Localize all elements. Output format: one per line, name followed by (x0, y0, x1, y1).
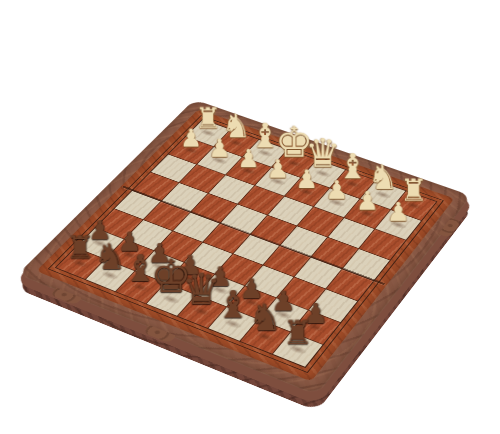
piece-brown-knight[interactable]: ♞ (94, 240, 126, 276)
piece-white-pawn[interactable]: ♟ (356, 188, 379, 214)
product-photo-scene: Folding magnetic chess set with cream an… (0, 0, 500, 434)
piece-white-pawn[interactable]: ♟ (180, 126, 202, 151)
piece-white-pawn[interactable]: ♟ (208, 136, 230, 161)
board-case: ♜♞♝♚♛♝♞♜♟♟♟♟♟♟♟♟♟♟♟♟♟♟♟♟♜♞♝♚♛♝♞♜ (18, 100, 472, 396)
board-frame: ♜♞♝♚♛♝♞♜♟♟♟♟♟♟♟♟♟♟♟♟♟♟♟♟♜♞♝♚♛♝♞♜ (48, 116, 444, 374)
case-hinge-tab (438, 218, 462, 239)
piece-brown-rook[interactable]: ♜ (66, 232, 94, 264)
piece-white-pawn[interactable]: ♟ (387, 199, 410, 225)
piece-white-pawn[interactable]: ♟ (326, 178, 349, 203)
piece-white-pawn[interactable]: ♟ (296, 167, 319, 192)
piece-brown-knight[interactable]: ♞ (249, 300, 282, 337)
piece-brown-bishop[interactable]: ♝ (216, 286, 250, 324)
board-surface: ♜♞♝♚♛♝♞♜♟♟♟♟♟♟♟♟♟♟♟♟♟♟♟♟♜♞♝♚♛♝♞♜ (36, 110, 454, 382)
piece-white-pawn[interactable]: ♟ (266, 156, 289, 181)
chess-grid: ♜♞♝♚♛♝♞♜♟♟♟♟♟♟♟♟♟♟♟♟♟♟♟♟♜♞♝♚♛♝♞♜ (55, 119, 438, 368)
piece-brown-rook[interactable]: ♜ (283, 317, 313, 350)
piece-white-pawn[interactable]: ♟ (237, 146, 259, 171)
